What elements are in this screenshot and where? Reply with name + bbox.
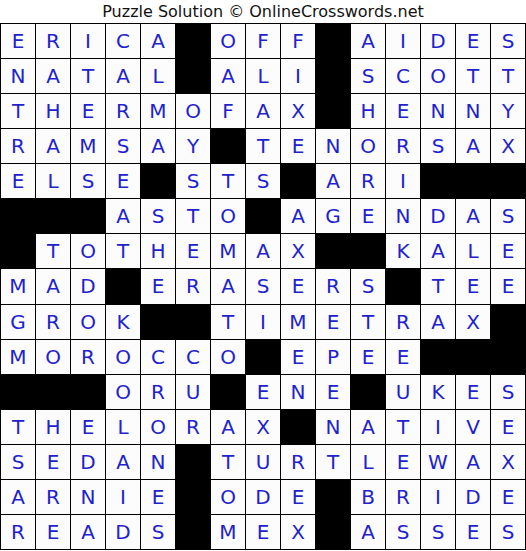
cell-r7c5: H	[141, 234, 175, 268]
cell-r9c1: G	[1, 305, 35, 339]
cell-r7c12: K	[386, 234, 420, 268]
black-square-r12c9	[281, 410, 315, 444]
cell-r14c15: E	[491, 480, 525, 514]
cell-r11c10: E	[316, 375, 350, 409]
cell-r15c8: E	[246, 515, 280, 549]
cell-r7c2: T	[36, 234, 70, 268]
cell-r2c4: A	[106, 59, 140, 93]
cell-r12c7: A	[211, 410, 245, 444]
cell-r13c15: X	[491, 445, 525, 479]
cell-r8c6: R	[176, 269, 210, 303]
cell-r15c9: X	[281, 515, 315, 549]
cell-r3c3: E	[71, 94, 105, 128]
black-square-r9c5	[141, 305, 175, 339]
cell-r10c11: E	[351, 340, 385, 374]
cell-r9c14: X	[456, 305, 490, 339]
cell-r8c2: A	[36, 269, 70, 303]
cell-r10c6: C	[176, 340, 210, 374]
cell-r3c13: N	[421, 94, 455, 128]
cell-r7c3: O	[71, 234, 105, 268]
black-square-r14c6	[176, 480, 210, 514]
cell-r6c6: T	[176, 199, 210, 233]
cell-r13c1: S	[1, 445, 35, 479]
cell-r11c15: S	[491, 375, 525, 409]
cell-r11c13: K	[421, 375, 455, 409]
cell-r11c5: R	[141, 375, 175, 409]
cell-r12c2: H	[36, 410, 70, 444]
cell-r9c4: K	[106, 305, 140, 339]
cell-r13c3: D	[71, 445, 105, 479]
cell-r12c4: L	[106, 410, 140, 444]
cell-r1c2: R	[36, 24, 70, 58]
cell-r8c9: E	[281, 269, 315, 303]
cell-r6c10: G	[316, 199, 350, 233]
cell-r12c14: V	[456, 410, 490, 444]
black-square-r5c13	[421, 164, 455, 198]
cell-r2c8: L	[246, 59, 280, 93]
cell-r14c12: R	[386, 480, 420, 514]
cell-r11c9: N	[281, 375, 315, 409]
black-square-r1c10	[316, 24, 350, 58]
cell-r12c3: E	[71, 410, 105, 444]
cell-r11c12: U	[386, 375, 420, 409]
cell-r13c5: N	[141, 445, 175, 479]
cell-r9c8: I	[246, 305, 280, 339]
cell-r9c9: M	[281, 305, 315, 339]
cell-r1c8: F	[246, 24, 280, 58]
black-square-r11c11	[351, 375, 385, 409]
cell-r15c7: M	[211, 515, 245, 549]
cell-r10c1: M	[1, 340, 35, 374]
cell-r12c13: I	[421, 410, 455, 444]
cell-r15c3: A	[71, 515, 105, 549]
cell-r13c12: E	[386, 445, 420, 479]
cell-r9c7: T	[211, 305, 245, 339]
cell-r5c2: L	[36, 164, 70, 198]
cell-r4c3: M	[71, 129, 105, 163]
cell-r1c13: D	[421, 24, 455, 58]
cell-r5c10: A	[316, 164, 350, 198]
cell-r15c13: S	[421, 515, 455, 549]
cell-r11c8: E	[246, 375, 280, 409]
cell-r2c13: O	[421, 59, 455, 93]
cell-r4c1: R	[1, 129, 35, 163]
cell-r2c9: I	[281, 59, 315, 93]
cell-r9c13: A	[421, 305, 455, 339]
cell-r2c5: L	[141, 59, 175, 93]
black-square-r10c14	[456, 340, 490, 374]
cell-r13c8: U	[246, 445, 280, 479]
cell-r10c3: R	[71, 340, 105, 374]
cell-r14c13: I	[421, 480, 455, 514]
black-square-r10c13	[421, 340, 455, 374]
cell-r2c11: S	[351, 59, 385, 93]
black-square-r6c1	[1, 199, 35, 233]
cell-r6c13: D	[421, 199, 455, 233]
cell-r3c12: E	[386, 94, 420, 128]
black-square-r5c14	[456, 164, 490, 198]
black-square-r7c10	[316, 234, 350, 268]
cell-r11c6: U	[176, 375, 210, 409]
cell-r13c7: T	[211, 445, 245, 479]
cell-r13c2: E	[36, 445, 70, 479]
black-square-r13c6	[176, 445, 210, 479]
black-square-r8c12	[386, 269, 420, 303]
cell-r7c9: X	[281, 234, 315, 268]
cell-r3c4: R	[106, 94, 140, 128]
black-square-r1c6	[176, 24, 210, 58]
cell-r14c1: A	[1, 480, 35, 514]
cell-r8c10: R	[316, 269, 350, 303]
cell-r13c13: W	[421, 445, 455, 479]
cell-r1c3: I	[71, 24, 105, 58]
cell-r5c11: R	[351, 164, 385, 198]
cell-r2c12: C	[386, 59, 420, 93]
cell-r15c4: D	[106, 515, 140, 549]
cell-r3c11: H	[351, 94, 385, 128]
crossword-grid: ERICAOFFAIDESNATALALISCOTTTHERMOFAXHENNY…	[0, 23, 526, 550]
cell-r7c8: A	[246, 234, 280, 268]
black-square-r15c6	[176, 515, 210, 549]
cell-r13c4: A	[106, 445, 140, 479]
cell-r4c15: X	[491, 129, 525, 163]
black-square-r11c2	[36, 375, 70, 409]
cell-r7c4: T	[106, 234, 140, 268]
cell-r2c15: T	[491, 59, 525, 93]
cell-r3c15: Y	[491, 94, 525, 128]
cell-r5c7: T	[211, 164, 245, 198]
black-square-r11c1	[1, 375, 35, 409]
black-square-r8c4	[106, 269, 140, 303]
cell-r8c3: D	[71, 269, 105, 303]
cell-r14c4: I	[106, 480, 140, 514]
cell-r8c1: M	[1, 269, 35, 303]
black-square-r2c10	[316, 59, 350, 93]
cell-r7c13: A	[421, 234, 455, 268]
cell-r3c1: T	[1, 94, 35, 128]
cell-r3c6: O	[176, 94, 210, 128]
cell-r5c6: S	[176, 164, 210, 198]
cell-r1c7: O	[211, 24, 245, 58]
cell-r12c5: O	[141, 410, 175, 444]
cell-r3c7: F	[211, 94, 245, 128]
black-square-r10c15	[491, 340, 525, 374]
cell-r5c12: I	[386, 164, 420, 198]
cell-r5c1: E	[1, 164, 35, 198]
cell-r1c4: C	[106, 24, 140, 58]
cell-r10c5: C	[141, 340, 175, 374]
cell-r4c5: A	[141, 129, 175, 163]
cell-r10c9: E	[281, 340, 315, 374]
cell-r4c8: T	[246, 129, 280, 163]
black-square-r6c8	[246, 199, 280, 233]
cell-r12c15: E	[491, 410, 525, 444]
cell-r6c12: N	[386, 199, 420, 233]
black-square-r3c10	[316, 94, 350, 128]
cell-r14c5: E	[141, 480, 175, 514]
cell-r1c15: S	[491, 24, 525, 58]
cell-r10c7: O	[211, 340, 245, 374]
black-square-r7c1	[1, 234, 35, 268]
cell-r14c3: N	[71, 480, 105, 514]
cell-r11c14: E	[456, 375, 490, 409]
cell-r6c14: A	[456, 199, 490, 233]
cell-r14c11: B	[351, 480, 385, 514]
black-square-r14c10	[316, 480, 350, 514]
cell-r9c2: R	[36, 305, 70, 339]
cell-r1c11: A	[351, 24, 385, 58]
cell-r10c2: O	[36, 340, 70, 374]
cell-r10c10: P	[316, 340, 350, 374]
cell-r9c12: R	[386, 305, 420, 339]
cell-r8c8: S	[246, 269, 280, 303]
cell-r10c12: E	[386, 340, 420, 374]
cell-r6c7: O	[211, 199, 245, 233]
cell-r4c9: E	[281, 129, 315, 163]
cell-r12c6: R	[176, 410, 210, 444]
cell-r12c12: T	[386, 410, 420, 444]
cell-r13c14: A	[456, 445, 490, 479]
cell-r12c11: A	[351, 410, 385, 444]
cell-r8c13: T	[421, 269, 455, 303]
black-square-r6c2	[36, 199, 70, 233]
cell-r1c14: E	[456, 24, 490, 58]
cell-r6c5: S	[141, 199, 175, 233]
black-square-r11c7	[211, 375, 245, 409]
cell-r14c14: D	[456, 480, 490, 514]
cell-r15c1: R	[1, 515, 35, 549]
black-square-r6c3	[71, 199, 105, 233]
cell-r13c9: R	[281, 445, 315, 479]
black-square-r5c15	[491, 164, 525, 198]
cell-r3c14: N	[456, 94, 490, 128]
cell-r15c5: S	[141, 515, 175, 549]
cell-r14c7: O	[211, 480, 245, 514]
cell-r4c12: R	[386, 129, 420, 163]
cell-r4c6: Y	[176, 129, 210, 163]
cell-r15c12: S	[386, 515, 420, 549]
cell-r5c3: S	[71, 164, 105, 198]
cell-r4c2: A	[36, 129, 70, 163]
cell-r15c11: A	[351, 515, 385, 549]
cell-r9c3: O	[71, 305, 105, 339]
black-square-r7c11	[351, 234, 385, 268]
cell-r6c15: S	[491, 199, 525, 233]
cell-r14c8: D	[246, 480, 280, 514]
cell-r3c5: M	[141, 94, 175, 128]
cell-r4c14: A	[456, 129, 490, 163]
black-square-r2c6	[176, 59, 210, 93]
cell-r1c9: F	[281, 24, 315, 58]
cell-r12c1: T	[1, 410, 35, 444]
black-square-r9c15	[491, 305, 525, 339]
cell-r1c5: A	[141, 24, 175, 58]
cell-r4c13: S	[421, 129, 455, 163]
cell-r8c11: S	[351, 269, 385, 303]
cell-r7c6: E	[176, 234, 210, 268]
page-title: Puzzle Solution © OnlineCrosswords.net	[0, 0, 526, 23]
cell-r15c15: S	[491, 515, 525, 549]
cell-r13c11: L	[351, 445, 385, 479]
cell-r9c10: E	[316, 305, 350, 339]
cell-r12c10: N	[316, 410, 350, 444]
cell-r15c2: E	[36, 515, 70, 549]
cell-r2c3: T	[71, 59, 105, 93]
cell-r8c14: E	[456, 269, 490, 303]
cell-r5c4: E	[106, 164, 140, 198]
black-square-r5c5	[141, 164, 175, 198]
black-square-r4c7	[211, 129, 245, 163]
cell-r4c10: N	[316, 129, 350, 163]
cell-r3c8: A	[246, 94, 280, 128]
cell-r7c15: E	[491, 234, 525, 268]
cell-r13c10: T	[316, 445, 350, 479]
cell-r9c11: T	[351, 305, 385, 339]
cell-r7c14: L	[456, 234, 490, 268]
cell-r6c9: A	[281, 199, 315, 233]
puzzle-solution-page: Puzzle Solution © OnlineCrosswords.net E…	[0, 0, 526, 551]
cell-r2c7: A	[211, 59, 245, 93]
cell-r6c11: E	[351, 199, 385, 233]
cell-r15c14: E	[456, 515, 490, 549]
black-square-r15c10	[316, 515, 350, 549]
cell-r14c2: R	[36, 480, 70, 514]
cell-r3c9: X	[281, 94, 315, 128]
cell-r7c7: M	[211, 234, 245, 268]
cell-r12c8: X	[246, 410, 280, 444]
cell-r3c2: H	[36, 94, 70, 128]
black-square-r10c8	[246, 340, 280, 374]
cell-r4c11: O	[351, 129, 385, 163]
black-square-r5c9	[281, 164, 315, 198]
cell-r2c2: A	[36, 59, 70, 93]
cell-r1c1: E	[1, 24, 35, 58]
cell-r14c9: E	[281, 480, 315, 514]
cell-r5c8: S	[246, 164, 280, 198]
cell-r1c12: I	[386, 24, 420, 58]
cell-r6c4: A	[106, 199, 140, 233]
cell-r10c4: O	[106, 340, 140, 374]
cell-r8c15: E	[491, 269, 525, 303]
cell-r8c5: E	[141, 269, 175, 303]
black-square-r11c3	[71, 375, 105, 409]
black-square-r9c6	[176, 305, 210, 339]
cell-r8c7: A	[211, 269, 245, 303]
cell-r4c4: S	[106, 129, 140, 163]
cell-r2c1: N	[1, 59, 35, 93]
cell-r11c4: O	[106, 375, 140, 409]
cell-r2c14: T	[456, 59, 490, 93]
